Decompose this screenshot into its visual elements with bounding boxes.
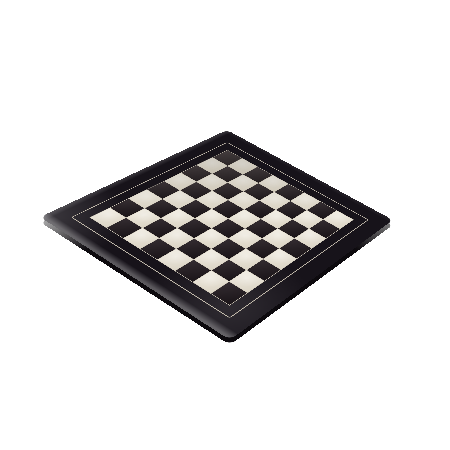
product-photo-background [0, 0, 450, 450]
chess-board [40, 130, 393, 340]
